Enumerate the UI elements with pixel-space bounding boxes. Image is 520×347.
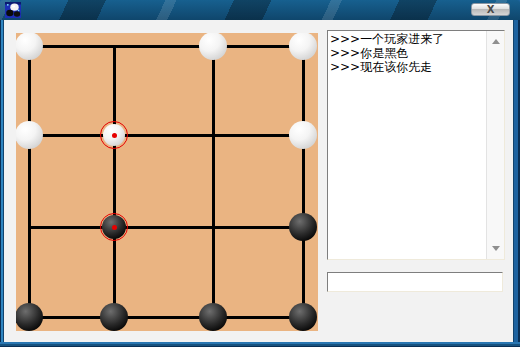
chat-message: >>>你是黑色 (330, 46, 485, 60)
close-button[interactable]: X (471, 3, 510, 16)
last-move-dot (112, 225, 117, 230)
game-pieces-icon (5, 2, 21, 18)
stone-glyph (289, 121, 317, 149)
stone-black[interactable] (289, 213, 317, 241)
stone-white[interactable] (16, 33, 43, 60)
board-grid-line (29, 316, 303, 319)
scroll-up-icon[interactable] (492, 39, 500, 44)
stone-glyph (289, 303, 317, 331)
title-bar[interactable]: X (0, 0, 520, 21)
chat-input[interactable] (327, 272, 503, 292)
stone-white[interactable] (289, 33, 317, 60)
board-grid-line (29, 45, 303, 48)
window-border-right (513, 20, 520, 347)
stone-glyph (100, 303, 128, 331)
stone-white[interactable] (16, 121, 43, 149)
stone-glyph (199, 303, 227, 331)
chat-log[interactable]: >>>一个玩家进来了 >>>你是黑色 >>>现在该你先走 (327, 30, 505, 260)
chat-messages: >>>一个玩家进来了 >>>你是黑色 >>>现在该你先走 (330, 32, 485, 257)
chat-message: >>>一个玩家进来了 (330, 32, 485, 46)
stone-glyph (289, 213, 317, 241)
stone-white[interactable] (199, 33, 227, 60)
board-grid-line (28, 46, 31, 317)
stone-glyph (16, 303, 43, 331)
stone-glyph (16, 33, 43, 60)
stone-white[interactable] (100, 121, 128, 149)
client-area: >>>一个玩家进来了 >>>你是黑色 >>>现在该你先走 (4, 20, 513, 342)
board-grid-line (29, 226, 303, 229)
chat-message: >>>现在该你先走 (330, 60, 485, 74)
chat-scrollbar[interactable] (486, 31, 504, 259)
stone-glyph (289, 33, 317, 60)
board-grid-line (113, 46, 116, 317)
last-move-dot (112, 133, 117, 138)
stone-black[interactable] (199, 303, 227, 331)
close-icon: X (487, 4, 495, 15)
stone-white[interactable] (289, 121, 317, 149)
stone-glyph (16, 121, 43, 149)
board-grid-line (29, 134, 303, 137)
scroll-down-icon[interactable] (492, 246, 500, 251)
stone-black[interactable] (100, 303, 128, 331)
game-board[interactable] (16, 33, 318, 331)
stone-black[interactable] (16, 303, 43, 331)
board-grid-line (212, 46, 215, 317)
stone-glyph (199, 33, 227, 60)
stone-black[interactable] (100, 213, 128, 241)
board-grid-line (302, 46, 305, 317)
app-window: X >>>一个玩家进来了 >>>你是黑色 >>>现在该你先走 (0, 0, 520, 347)
stone-black[interactable] (289, 303, 317, 331)
window-border-bottom (0, 342, 520, 347)
app-icon[interactable] (5, 2, 21, 18)
